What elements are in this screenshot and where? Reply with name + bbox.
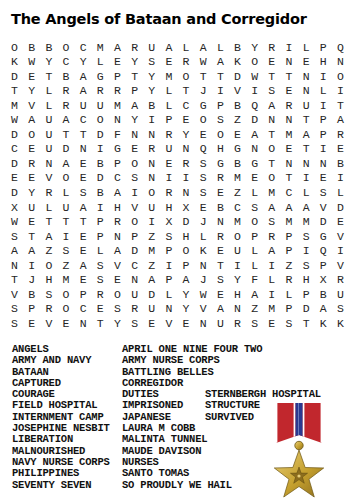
grid-cell: A (280, 200, 297, 215)
grid-cell: Q (332, 40, 349, 55)
grid-cell: M (6, 98, 23, 113)
grid-cell: P (280, 302, 297, 317)
grid-cell: R (160, 127, 177, 142)
grid-cell: N (143, 127, 160, 142)
grid-cell: M (143, 244, 160, 259)
grid-cell: P (177, 258, 194, 273)
grid-cell: P (75, 287, 92, 302)
grid-cell: M (263, 186, 280, 201)
word-search-grid: OBBOCMARUALALBYRILPQKWYCYLEYSERWAKOENEHN… (6, 40, 349, 331)
grid-cell: P (280, 229, 297, 244)
grid-cell: B (92, 156, 109, 171)
grid-cell: Z (40, 244, 57, 259)
page-title: The Angels of Bataan and Corregidor (11, 11, 307, 27)
word-item: LIBERATION (12, 433, 73, 445)
grid-cell: P (212, 98, 229, 113)
grid-cell: A (332, 113, 349, 128)
grid-cell: U (57, 200, 74, 215)
grid-cell: V (109, 258, 126, 273)
grid-cell: D (57, 142, 74, 157)
grid-cell: R (177, 156, 194, 171)
grid-cell: M (298, 215, 315, 230)
grid-cell: I (332, 171, 349, 186)
grid-cell: P (280, 244, 297, 259)
grid-cell: R (57, 98, 74, 113)
grid-cell: R (263, 40, 280, 55)
word-item: LAURA M COBB (122, 422, 195, 434)
grid-cell: V (40, 171, 57, 186)
grid-cell: B (229, 98, 246, 113)
grid-cell: T (263, 69, 280, 84)
word-item: JOSEPHINE NESBIT (12, 422, 110, 434)
grid-cell: R (212, 171, 229, 186)
grid-cell: P (126, 84, 143, 99)
word-item: BATTLING BELLES (122, 366, 214, 378)
grid-cell: A (6, 244, 23, 259)
grid-cell: A (195, 40, 212, 55)
grid-cell: E (57, 316, 74, 331)
grid-cell: C (177, 98, 194, 113)
grid-cell: N (160, 302, 177, 317)
grid-cell: Y (229, 273, 246, 288)
grid-cell: Z (57, 258, 74, 273)
grid-cell: A (263, 244, 280, 259)
grid-cell: U (126, 287, 143, 302)
grid-cell: D (332, 200, 349, 215)
grid-cell: R (57, 84, 74, 99)
grid-cell: R (126, 40, 143, 55)
grid-cell: B (57, 69, 74, 84)
grid-cell: S (109, 302, 126, 317)
grid-cell: T (298, 113, 315, 128)
grid-cell: N (177, 142, 194, 157)
grid-cell: E (332, 215, 349, 230)
grid-cell: V (229, 84, 246, 99)
grid-cell: G (246, 156, 263, 171)
grid-cell: C (75, 113, 92, 128)
grid-cell: S (160, 229, 177, 244)
grid-cell: G (229, 142, 246, 157)
grid-cell: S (315, 186, 332, 201)
grid-cell: N (143, 156, 160, 171)
grid-cell: S (246, 200, 263, 215)
grid-cell: D (126, 244, 143, 259)
grid-cell: Y (246, 40, 263, 55)
grid-cell: N (280, 156, 297, 171)
grid-cell: C (126, 258, 143, 273)
grid-cell: C (280, 186, 297, 201)
grid-cell: S (195, 186, 212, 201)
grid-cell: A (177, 273, 194, 288)
word-item: IMPRISONED (122, 399, 183, 411)
grid-cell: I (229, 258, 246, 273)
grid-cell: Q (195, 142, 212, 157)
grid-cell: M (109, 98, 126, 113)
grid-cell: C (75, 40, 92, 55)
grid-cell: N (75, 142, 92, 157)
word-item: COURAGE (12, 388, 55, 400)
grid-cell: A (57, 113, 74, 128)
grid-cell: P (160, 113, 177, 128)
grid-cell: Y (177, 127, 194, 142)
grid-cell: S (57, 244, 74, 259)
grid-cell: D (6, 69, 23, 84)
grid-cell: S (126, 316, 143, 331)
grid-cell: T (92, 316, 109, 331)
grid-cell: R (280, 98, 297, 113)
grid-cell: E (212, 244, 229, 259)
grid-cell: B (229, 40, 246, 55)
grid-cell: O (143, 186, 160, 201)
grid-cell: N (109, 113, 126, 128)
grid-cell: N (246, 142, 263, 157)
grid-cell: A (40, 229, 57, 244)
grid-cell: N (315, 156, 332, 171)
grid-cell: U (40, 142, 57, 157)
grid-cell: P (315, 40, 332, 55)
grid-cell: E (126, 142, 143, 157)
grid-cell: L (212, 40, 229, 55)
grid-cell: O (126, 156, 143, 171)
grid-cell: I (143, 113, 160, 128)
grid-cell: C (109, 171, 126, 186)
grid-cell: T (75, 215, 92, 230)
grid-cell: M (280, 215, 297, 230)
word-item: ANGELS (12, 343, 49, 355)
grid-cell: N (298, 84, 315, 99)
grid-cell: A (23, 113, 40, 128)
grid-cell: O (57, 40, 74, 55)
grid-cell: L (160, 287, 177, 302)
word-item: INTERNMENT CAMP (12, 411, 104, 423)
word-item: ARMY NURSE CORPS (122, 354, 220, 366)
grid-cell: I (315, 98, 332, 113)
grid-cell: I (315, 69, 332, 84)
grid-cell: I (332, 244, 349, 259)
grid-cell: S (263, 84, 280, 99)
grid-cell: N (40, 156, 57, 171)
grid-cell: P (126, 229, 143, 244)
grid-cell: N (332, 55, 349, 70)
grid-cell: W (6, 113, 23, 128)
grid-cell: O (263, 142, 280, 157)
grid-cell: Q (315, 244, 332, 259)
grid-cell: O (92, 113, 109, 128)
grid-cell: Z (246, 302, 263, 317)
grid-cell: N (280, 55, 297, 70)
grid-cell: U (40, 127, 57, 142)
grid-cell: E (23, 171, 40, 186)
grid-cell: V (6, 287, 23, 302)
grid-cell: R (126, 302, 143, 317)
grid-cell: R (143, 142, 160, 157)
grid-cell: M (280, 127, 297, 142)
grid-cell: V (40, 316, 57, 331)
word-item: MAUDE DAVISON (122, 445, 201, 457)
word-item: MALNOURISHED (12, 445, 85, 457)
grid-cell: Q (246, 98, 263, 113)
grid-cell: C (229, 200, 246, 215)
worksheet-page: The Angels of Bataan and Corregidor OBBO… (0, 0, 354, 500)
grid-cell: O (57, 287, 74, 302)
grid-cell: O (195, 113, 212, 128)
grid-cell: O (40, 258, 57, 273)
grid-cell: B (212, 200, 229, 215)
grid-cell: E (143, 316, 160, 331)
grid-cell: L (57, 186, 74, 201)
grid-cell: T (263, 156, 280, 171)
grid-cell: G (109, 142, 126, 157)
grid-cell: A (109, 244, 126, 259)
grid-cell: O (23, 127, 40, 142)
grid-cell: I (57, 229, 74, 244)
grid-cell: S (298, 258, 315, 273)
grid-cell: T (298, 316, 315, 331)
grid-cell: E (75, 244, 92, 259)
word-item: BATAAN (12, 366, 49, 378)
grid-cell: U (143, 200, 160, 215)
grid-cell: E (280, 142, 297, 157)
grid-cell: N (126, 273, 143, 288)
grid-cell: N (143, 171, 160, 186)
grid-cell: Y (109, 316, 126, 331)
grid-cell: R (92, 287, 109, 302)
grid-cell: E (195, 127, 212, 142)
grid-cell: P (298, 287, 315, 302)
grid-cell: Y (23, 84, 40, 99)
word-item: APRIL ONE NINE FOUR TWO (122, 343, 262, 355)
grid-cell: F (109, 127, 126, 142)
grid-cell: I (177, 171, 194, 186)
word-list-row: COURAGEDUTIESSTERNBERGH HOSPITAL (0, 388, 354, 399)
grid-cell: D (6, 127, 23, 142)
grid-cell: T (298, 142, 315, 157)
grid-cell: L (280, 287, 297, 302)
grid-cell: V (160, 316, 177, 331)
grid-cell: I (298, 171, 315, 186)
grid-cell: E (75, 229, 92, 244)
grid-cell: I (263, 287, 280, 302)
grid-cell: L (160, 98, 177, 113)
grid-cell: H (177, 229, 194, 244)
grid-cell: S (280, 316, 297, 331)
grid-cell: L (92, 244, 109, 259)
grid-cell: O (263, 171, 280, 186)
grid-cell: Y (177, 287, 194, 302)
grid-cell: M (92, 40, 109, 55)
grid-cell: O (126, 215, 143, 230)
grid-cell: O (212, 127, 229, 142)
grid-cell: T (23, 229, 40, 244)
grid-cell: M (229, 215, 246, 230)
grid-cell: A (298, 200, 315, 215)
grid-cell: T (263, 127, 280, 142)
grid-cell: U (75, 98, 92, 113)
grid-cell: E (212, 186, 229, 201)
grid-cell: R (92, 84, 109, 99)
grid-cell: W (6, 215, 23, 230)
grid-cell: K (332, 316, 349, 331)
grid-cell: H (160, 200, 177, 215)
word-list-row: ANGELSAPRIL ONE NINE FOUR TWO (0, 343, 354, 354)
grid-cell: C (57, 55, 74, 70)
grid-cell: F (246, 273, 263, 288)
grid-cell: E (109, 273, 126, 288)
grid-cell: L (315, 84, 332, 99)
grid-cell: L (246, 244, 263, 259)
grid-cell: S (298, 229, 315, 244)
grid-cell: L (40, 98, 57, 113)
word-item: PHILIPPINES (12, 467, 79, 479)
grid-cell: M (160, 69, 177, 84)
bronze-star-icon (274, 441, 323, 497)
grid-cell: B (40, 40, 57, 55)
grid-cell: O (57, 302, 74, 317)
grid-cell: U (212, 316, 229, 331)
grid-cell: C (75, 302, 92, 317)
grid-cell: E (177, 113, 194, 128)
grid-cell: L (195, 229, 212, 244)
grid-cell: U (229, 244, 246, 259)
grid-cell: P (92, 229, 109, 244)
grid-cell: A (109, 186, 126, 201)
grid-cell: P (160, 244, 177, 259)
word-list-row: CAPTUREDCORREGIDOR (0, 377, 354, 388)
grid-cell: A (57, 156, 74, 171)
grid-cell: N (195, 316, 212, 331)
grid-cell: T (126, 69, 143, 84)
grid-cell: A (315, 302, 332, 317)
grid-cell: O (332, 69, 349, 84)
grid-cell: O (6, 40, 23, 55)
grid-cell: I (246, 84, 263, 99)
grid-cell: R (280, 273, 297, 288)
grid-cell: T (57, 215, 74, 230)
grid-cell: S (263, 215, 280, 230)
grid-cell: S (6, 229, 23, 244)
grid-cell: Y (126, 55, 143, 70)
grid-cell: A (246, 287, 263, 302)
grid-cell: G (212, 156, 229, 171)
grid-cell: P (109, 69, 126, 84)
grid-cell: U (143, 40, 160, 55)
grid-cell: U (332, 287, 349, 302)
grid-cell: U (298, 98, 315, 113)
grid-cell: E (263, 316, 280, 331)
grid-cell: O (57, 171, 74, 186)
grid-cell: D (246, 113, 263, 128)
bronze-star-medal (267, 399, 331, 500)
grid-cell: P (160, 273, 177, 288)
grid-cell: L (177, 40, 194, 55)
grid-cell: J (195, 84, 212, 99)
grid-cell: E (280, 84, 297, 99)
grid-cell: L (298, 40, 315, 55)
grid-cell: R (263, 229, 280, 244)
grid-cell: W (195, 55, 212, 70)
grid-cell: R (332, 127, 349, 142)
grid-cell: P (315, 258, 332, 273)
grid-cell: A (212, 55, 229, 70)
grid-cell: A (75, 200, 92, 215)
grid-cell: R (177, 55, 194, 70)
grid-cell: K (6, 55, 23, 70)
grid-cell: N (229, 302, 246, 317)
grid-cell: B (92, 186, 109, 201)
grid-cell: A (126, 98, 143, 113)
word-list-row: BATAANBATTLING BELLES (0, 366, 354, 377)
grid-cell: I (160, 258, 177, 273)
grid-cell: E (315, 171, 332, 186)
grid-cell: E (160, 55, 177, 70)
grid-cell: T (40, 69, 57, 84)
grid-cell: S (126, 171, 143, 186)
grid-cell: N (6, 258, 23, 273)
grid-cell: N (280, 113, 297, 128)
grid-cell: D (298, 302, 315, 317)
grid-cell: S (6, 316, 23, 331)
grid-cell: I (280, 40, 297, 55)
grid-cell: E (160, 156, 177, 171)
grid-cell: P (315, 127, 332, 142)
grid-cell: T (177, 84, 194, 99)
grid-cell: D (177, 215, 194, 230)
grid-cell: P (23, 302, 40, 317)
grid-cell: Y (40, 55, 57, 70)
grid-cell: I (143, 215, 160, 230)
grid-cell: H (212, 142, 229, 157)
grid-cell: A (246, 127, 263, 142)
grid-cell: I (126, 186, 143, 201)
grid-cell: M (57, 273, 74, 288)
word-item: JAPANESE (122, 411, 171, 423)
grid-cell: W (23, 55, 40, 70)
grid-cell: N (298, 69, 315, 84)
grid-cell: B (332, 156, 349, 171)
grid-cell: Y (143, 84, 160, 99)
grid-cell: S (246, 316, 263, 331)
grid-cell: S (332, 302, 349, 317)
grid-cell: O (246, 215, 263, 230)
grid-cell: N (212, 215, 229, 230)
word-item: SO PROUDLY WE HAIL (122, 479, 232, 491)
grid-cell: P (92, 215, 109, 230)
word-item: ARMY AND NAVY (12, 354, 91, 366)
word-item: SURVIVED (205, 411, 254, 423)
grid-cell: E (75, 273, 92, 288)
grid-cell: V (195, 302, 212, 317)
grid-cell: E (246, 171, 263, 186)
word-item: FIELD HOSPITAL (12, 399, 97, 411)
grid-cell: L (92, 55, 109, 70)
grid-cell: T (6, 84, 23, 99)
grid-cell: T (212, 258, 229, 273)
grid-cell: B (315, 287, 332, 302)
grid-cell: N (195, 258, 212, 273)
grid-cell: D (229, 69, 246, 84)
grid-cell: H (315, 55, 332, 70)
grid-cell: N (109, 229, 126, 244)
grid-cell: I (23, 258, 40, 273)
grid-cell: X (315, 273, 332, 288)
grid-cell: R (212, 229, 229, 244)
grid-cell: V (332, 258, 349, 273)
grid-cell: D (315, 215, 332, 230)
grid-cell: B (229, 156, 246, 171)
grid-cell: O (109, 287, 126, 302)
grid-cell: A (298, 127, 315, 142)
grid-cell: V (332, 229, 349, 244)
